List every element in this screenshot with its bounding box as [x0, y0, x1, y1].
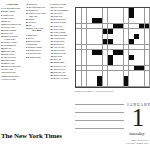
grid-cell-black	[97, 18, 102, 23]
grid-cell	[118, 76, 123, 81]
calendar-page: ACROSS1Hot Springs locale5Stage signal9L…	[0, 0, 150, 150]
grid-cell	[108, 8, 113, 13]
grid-cell	[118, 81, 123, 86]
grid-cell	[145, 50, 150, 55]
grid-cell	[118, 18, 123, 23]
grid-cell	[108, 50, 113, 55]
grid-cell	[124, 39, 129, 44]
grid-cell	[113, 39, 118, 44]
grid-cell-black	[129, 13, 134, 18]
grid-cell	[97, 8, 102, 13]
grid-cell	[145, 34, 150, 39]
grid-cell	[103, 66, 108, 71]
grid-cell	[124, 24, 129, 29]
grid-cell	[82, 60, 87, 65]
grid-cell	[92, 81, 97, 86]
grid-cell	[76, 71, 81, 76]
notes-line	[75, 120, 124, 121]
weekday-label: tuesday	[124, 131, 150, 136]
grid-cell	[76, 45, 81, 50]
grid-cell	[82, 71, 87, 76]
grid-cell	[82, 55, 87, 60]
grid-cell	[118, 13, 123, 18]
grid-cell	[118, 71, 123, 76]
grid-cell	[82, 76, 87, 81]
grid-cell	[139, 13, 144, 18]
grid-cell	[139, 81, 144, 86]
grid-cell	[129, 81, 134, 86]
grid-cell	[134, 39, 139, 44]
grid-cell	[97, 45, 102, 50]
grid-cell	[134, 60, 139, 65]
grid-cell	[134, 29, 139, 34]
grid-cell	[113, 34, 118, 39]
grid-cell	[139, 18, 144, 23]
grid-cell	[76, 50, 81, 55]
grid-cell	[97, 66, 102, 71]
grid-cell	[103, 24, 108, 29]
grid-cell	[103, 34, 108, 39]
grid-cell	[118, 8, 123, 13]
grid-cell	[129, 45, 134, 50]
grid-cell	[108, 24, 113, 29]
grid-cell	[92, 66, 97, 71]
across-header: ACROSS	[1, 4, 24, 7]
grid-cell	[87, 76, 92, 81]
grid-cell	[118, 45, 123, 50]
nyt-logo: The New York Times	[1, 132, 62, 140]
grid-cell-black	[134, 66, 139, 71]
grid-cell	[76, 18, 81, 23]
grid-cell	[145, 55, 150, 60]
grid-cell	[145, 29, 150, 34]
grid-cell-black	[108, 55, 113, 60]
grid-cell	[118, 29, 123, 34]
grid-cell	[145, 60, 150, 65]
grid-cell	[87, 8, 92, 13]
grid-cell	[129, 71, 134, 76]
grid-cell-black	[129, 55, 134, 60]
grid-cell	[87, 39, 92, 44]
grid-cell	[129, 76, 134, 81]
grid-cell	[139, 34, 144, 39]
grid-cell	[103, 45, 108, 50]
grid-cell	[76, 8, 81, 13]
grid-cell	[129, 24, 134, 29]
grid-cell	[92, 34, 97, 39]
grid-cell	[145, 8, 150, 13]
grid-cell	[113, 13, 118, 18]
notes-line	[75, 128, 124, 129]
grid-cell	[113, 45, 118, 50]
grid-cell	[139, 29, 144, 34]
grid-cell-black	[92, 18, 97, 23]
grid-cell	[108, 34, 113, 39]
grid-cell-black	[113, 24, 118, 29]
grid-cell	[118, 39, 123, 44]
grid-cell	[134, 81, 139, 86]
grid-cell	[134, 18, 139, 23]
grid-cell	[124, 45, 129, 50]
grid-cell	[108, 66, 113, 71]
grid-cell	[124, 13, 129, 18]
notes-line	[75, 104, 124, 105]
grid-cell	[113, 81, 118, 86]
clue-column-3: 9Went by horse10Roof edge11Opera highlig…	[50, 3, 73, 132]
grid-cell-black	[113, 50, 118, 55]
clue-column-2: 46Golf peg47Sly sidelong look49Sunbeam51…	[26, 3, 49, 132]
grid-cell	[82, 39, 87, 44]
grid-cell	[76, 55, 81, 60]
grid-cell	[113, 55, 118, 60]
grid-cell	[139, 55, 144, 60]
grid-cell	[139, 45, 144, 50]
grid-caption: Edited by Will Shortz | © The New York T…	[75, 90, 149, 93]
grid-cell	[87, 18, 92, 23]
grid-cell	[97, 29, 102, 34]
grid-cell	[82, 13, 87, 18]
grid-cell-black	[129, 39, 134, 44]
grid-cell	[76, 24, 81, 29]
grid-cell	[113, 8, 118, 13]
grid-cell	[87, 71, 92, 76]
grid-cell	[103, 18, 108, 23]
grid-cell	[139, 71, 144, 76]
grid-cell	[103, 50, 108, 55]
grid-cell-black	[97, 76, 102, 81]
grid-cell	[129, 66, 134, 71]
grid-cell	[108, 18, 113, 23]
grid-cell	[76, 13, 81, 18]
grid-cell	[103, 55, 108, 60]
down-header: DOWN	[26, 30, 49, 33]
grid-cell	[129, 50, 134, 55]
grid-cell	[92, 29, 97, 34]
grid-cell	[139, 39, 144, 44]
grid-cell	[76, 76, 81, 81]
grid-cell	[103, 8, 108, 13]
grid-cell	[82, 66, 87, 71]
grid-cell	[145, 76, 150, 81]
grid-cell	[124, 29, 129, 34]
grid-cell-black	[124, 81, 129, 86]
grid-cell-black	[129, 8, 134, 13]
grid-cell	[108, 81, 113, 86]
clue-column-1: ACROSS1Hot Springs locale5Stage signal9L…	[1, 3, 24, 132]
grid-cell	[139, 50, 144, 55]
grid-cell	[97, 39, 102, 44]
grid-cell	[87, 66, 92, 71]
grid-cell	[134, 55, 139, 60]
clue-item: 51Part 3 of the quip, with "the"	[26, 12, 49, 17]
grid-cell	[87, 81, 92, 86]
grid-cell	[108, 71, 113, 76]
grid-cell	[118, 66, 123, 71]
day-number: 1	[126, 105, 150, 130]
grid-cell	[134, 45, 139, 50]
grid-cell	[103, 76, 108, 81]
grid-cell	[118, 34, 123, 39]
grid-cell-black	[139, 24, 144, 29]
grid-cell	[139, 8, 144, 13]
notes-line	[75, 112, 124, 113]
grid-cell	[113, 60, 118, 65]
grid-cell	[82, 29, 87, 34]
clue-item: 20Start of a New Year's quip	[1, 35, 24, 40]
crossword-grid	[75, 7, 150, 88]
clue-item: 8Building wing	[26, 56, 49, 59]
grid-cell	[87, 45, 92, 50]
holiday-label: KWANZAA ENDS (USA)	[100, 142, 150, 144]
grid-cell	[118, 60, 123, 65]
grid-cell	[92, 76, 97, 81]
grid-cell	[124, 34, 129, 39]
grid-cell	[92, 8, 97, 13]
grid-cell	[82, 24, 87, 29]
grid-cell	[82, 50, 87, 55]
grid-cell	[92, 60, 97, 65]
grid-cell	[87, 55, 92, 60]
grid-cell	[113, 29, 118, 34]
grid-cell	[113, 18, 118, 23]
grid-cell	[134, 24, 139, 29]
grid-cell	[139, 60, 144, 65]
grid-cell	[103, 81, 108, 86]
grid-cell	[76, 66, 81, 71]
grid-cell	[134, 50, 139, 55]
grid-cell	[103, 71, 108, 76]
grid-cell	[82, 18, 87, 23]
grid-cell-black	[134, 34, 139, 39]
grid-cell	[87, 29, 92, 34]
grid-cell-black	[97, 81, 102, 86]
grid-cell	[97, 71, 102, 76]
grid-cell	[87, 60, 92, 65]
clue-item: 16Bert's Muppet pal	[1, 23, 24, 26]
grid-cell	[76, 29, 81, 34]
grid-cell-black	[103, 39, 108, 44]
grid-cell	[145, 39, 150, 44]
grid-cell	[118, 55, 123, 60]
grid-cell	[97, 24, 102, 29]
grid-cell	[139, 76, 144, 81]
grid-cell	[97, 55, 102, 60]
grid-cell-black	[124, 76, 129, 81]
clue-area: ACROSS1Hot Springs locale5Stage signal9L…	[1, 3, 74, 132]
grid-cell	[134, 13, 139, 18]
grid-cell	[87, 13, 92, 18]
grid-cell	[113, 76, 118, 81]
grid-cell	[92, 24, 97, 29]
grid-cell	[97, 13, 102, 18]
grid-cell-black	[108, 60, 113, 65]
grid-cell	[145, 45, 150, 50]
grid-cell-black	[97, 50, 102, 55]
grid-cell	[87, 34, 92, 39]
grid-cell	[103, 13, 108, 18]
grid-cell	[145, 66, 150, 71]
grid-cell	[145, 81, 150, 86]
grid-cell	[103, 60, 108, 65]
grid-cell	[87, 50, 92, 55]
grid-cell	[124, 71, 129, 76]
grid-cell	[134, 76, 139, 81]
grid-cell-black	[108, 29, 113, 34]
grid-cell-black	[118, 50, 123, 55]
grid-cell	[92, 13, 97, 18]
grid-cell-black	[139, 66, 144, 71]
grid-cell	[76, 60, 81, 65]
grid-cell	[145, 18, 150, 23]
grid-cell	[134, 71, 139, 76]
grid-cell	[82, 45, 87, 50]
grid-cell	[92, 55, 97, 60]
grid-cell	[124, 18, 129, 23]
grid-cell	[92, 45, 97, 50]
grid-cell-black	[108, 39, 113, 44]
grid-cell-black	[92, 50, 97, 55]
grid-cell	[129, 60, 134, 65]
grid-cell	[124, 8, 129, 13]
grid-cell	[145, 71, 150, 76]
grid-cell	[76, 34, 81, 39]
clue-item: 44Took a chair	[1, 78, 24, 81]
grid-cell	[124, 60, 129, 65]
grid-cell	[129, 18, 134, 23]
grid-cell	[129, 34, 134, 39]
grid-cell-black	[103, 29, 108, 34]
grid-cell	[145, 13, 150, 18]
grid-cell-black	[118, 24, 123, 29]
grid-cell	[76, 81, 81, 86]
grid-cell	[108, 13, 113, 18]
grid-cell	[87, 24, 92, 29]
grid-cell	[97, 34, 102, 39]
grid-cell	[76, 39, 81, 44]
grid-cell	[92, 71, 97, 76]
grid-cell	[134, 8, 139, 13]
grid-cell	[82, 81, 87, 86]
grid-cell	[129, 29, 134, 34]
grid-cell	[113, 71, 118, 76]
grid-cell	[108, 76, 113, 81]
grid-cell	[82, 34, 87, 39]
holiday-label: NEW YEAR'S DAY	[100, 139, 150, 141]
grid-cell	[124, 50, 129, 55]
grid-cell	[97, 60, 102, 65]
clue-item: 61Before, in verse	[50, 77, 73, 80]
grid-cell	[124, 55, 129, 60]
grid-cell	[124, 66, 129, 71]
grid-cell	[108, 45, 113, 50]
grid-cell	[113, 66, 118, 71]
grid-cell-black	[145, 24, 150, 29]
grid-cell	[92, 39, 97, 44]
grid-cell	[82, 8, 87, 13]
